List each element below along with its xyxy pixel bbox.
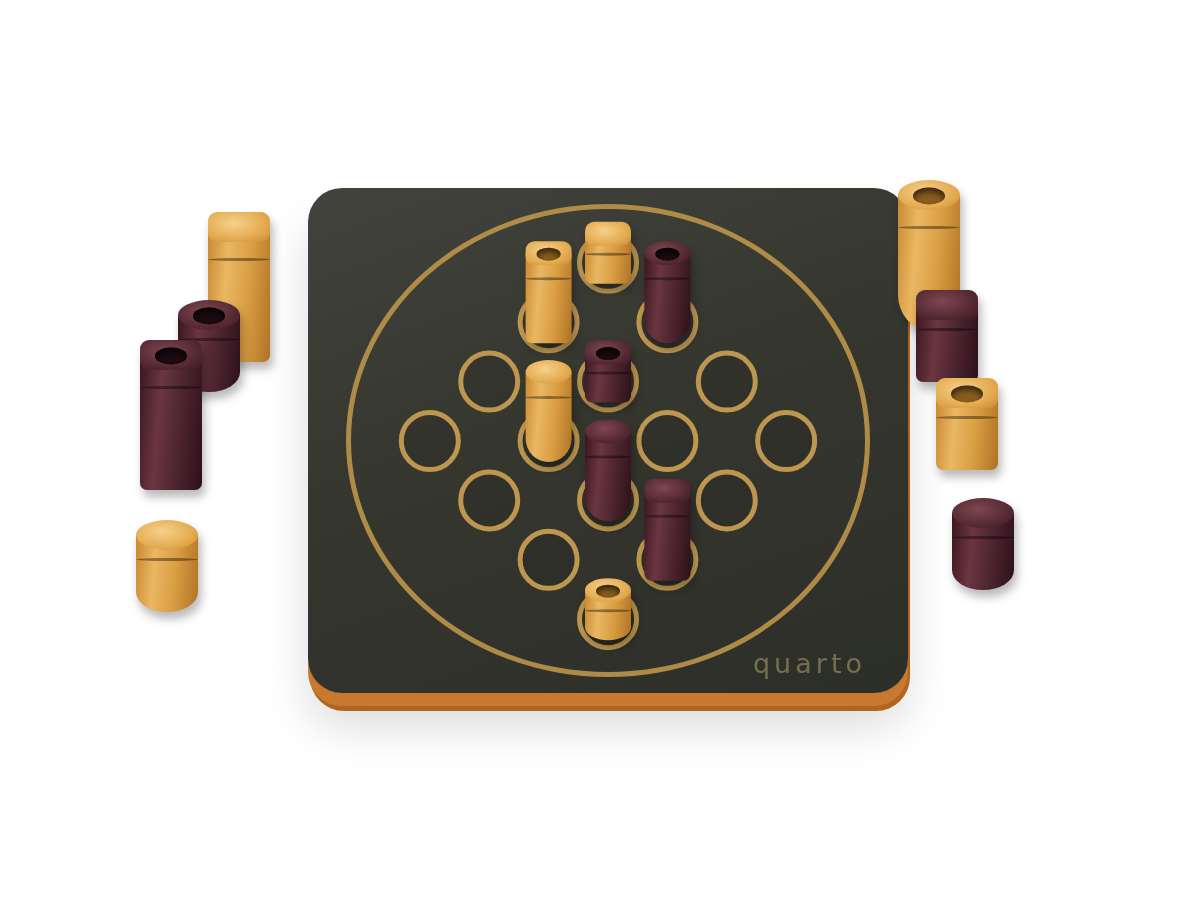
groove-ring — [526, 277, 572, 280]
piece-top-hollow — [178, 300, 240, 330]
groove-ring — [585, 252, 631, 255]
piece-top-solid — [208, 212, 270, 242]
piece-body — [140, 355, 202, 490]
hollow-bore — [537, 247, 561, 260]
piece-light-round-tall-solid[interactable] — [526, 360, 572, 462]
piece-light-square-short-solid[interactable] — [585, 221, 631, 283]
groove-ring — [585, 455, 631, 458]
piece-body — [644, 253, 690, 343]
piece-body — [585, 431, 631, 521]
quarto-board: quarto — [308, 188, 908, 693]
piece-top-solid — [585, 419, 631, 443]
piece-top-solid — [952, 498, 1014, 528]
quarto-logo: quarto — [753, 648, 866, 679]
piece-top-hollow — [936, 378, 998, 408]
piece-light-round-short-hollow[interactable] — [585, 578, 631, 640]
hollow-bore — [596, 347, 620, 360]
hollow-bore — [951, 386, 983, 403]
groove-ring — [936, 416, 998, 419]
hollow-bore — [596, 584, 620, 597]
hollow-bore — [655, 247, 679, 260]
groove-ring — [136, 558, 198, 561]
piece-top-solid — [916, 290, 978, 320]
board-cell-r1c1[interactable] — [560, 333, 656, 429]
piece-top-hollow — [140, 340, 202, 370]
piece-light-round-short-solid[interactable] — [136, 520, 198, 612]
groove-ring — [526, 396, 572, 399]
hollow-bore — [193, 308, 225, 325]
piece-dark-square-short-hollow[interactable] — [585, 340, 631, 402]
product-photo-stage: quarto — [0, 0, 1200, 900]
groove-ring — [644, 277, 690, 280]
piece-body — [526, 253, 572, 343]
piece-dark-square-tall-solid[interactable] — [644, 478, 690, 580]
piece-light-square-tall-hollow[interactable] — [526, 241, 572, 343]
groove-ring — [208, 258, 270, 261]
hollow-bore — [913, 188, 945, 205]
piece-body — [526, 372, 572, 462]
groove-ring — [952, 536, 1014, 539]
piece-dark-square-tall-hollow[interactable] — [140, 340, 202, 490]
hollow-bore — [155, 348, 187, 365]
groove-ring — [585, 371, 631, 374]
board-cell-r1c2[interactable] — [619, 392, 715, 488]
piece-dark-round-short-solid[interactable] — [952, 498, 1014, 590]
piece-top-solid — [526, 360, 572, 384]
cell-circle-engraving — [624, 397, 712, 485]
piece-top-hollow — [898, 180, 960, 210]
piece-top-solid — [136, 520, 198, 550]
board-cell-r2c1[interactable] — [501, 392, 597, 488]
piece-top-hollow — [644, 241, 690, 265]
piece-top-solid — [644, 478, 690, 502]
piece-top-hollow — [585, 578, 631, 602]
piece-dark-round-tall-solid[interactable] — [585, 419, 631, 521]
piece-dark-round-tall-hollow[interactable] — [644, 241, 690, 343]
piece-top-hollow — [585, 340, 631, 364]
groove-ring — [916, 328, 978, 331]
groove-ring — [644, 514, 690, 517]
piece-top-solid — [585, 221, 631, 245]
piece-dark-square-short-solid[interactable] — [916, 290, 978, 382]
groove-ring — [140, 386, 202, 389]
board-cell-r2c2[interactable] — [560, 452, 656, 548]
groove-ring — [585, 609, 631, 612]
piece-top-hollow — [526, 241, 572, 265]
piece-body — [644, 490, 690, 580]
piece-light-square-short-hollow[interactable] — [936, 378, 998, 470]
groove-ring — [898, 226, 960, 229]
